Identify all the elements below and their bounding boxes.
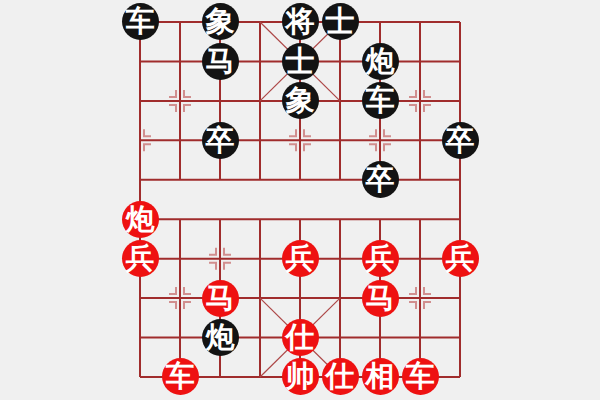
piece-black-elephant[interactable]: 象	[202, 3, 239, 40]
piece-black-rook[interactable]: 车	[122, 3, 159, 40]
xiangqi-app: 车象将士马士炮象车卒卒卒炮兵兵兵兵马马炮仕车帅仕相车	[0, 0, 600, 400]
piece-red-horse[interactable]: 马	[362, 280, 399, 317]
piece-red-rook[interactable]: 车	[402, 358, 439, 395]
piece-black-advisor[interactable]: 士	[322, 3, 359, 40]
piece-red-soldier[interactable]: 兵	[122, 240, 159, 277]
piece-red-advisor[interactable]: 仕	[282, 319, 319, 356]
piece-red-advisor[interactable]: 仕	[322, 358, 359, 395]
piece-red-horse[interactable]: 马	[202, 280, 239, 317]
piece-black-soldier[interactable]: 卒	[442, 122, 479, 159]
piece-black-horse[interactable]: 马	[202, 43, 239, 80]
piece-red-elephant[interactable]: 相	[362, 358, 399, 395]
piece-black-cannon[interactable]: 炮	[362, 43, 399, 80]
piece-black-advisor[interactable]: 士	[282, 43, 319, 80]
piece-black-cannon[interactable]: 炮	[202, 319, 239, 356]
piece-red-cannon[interactable]: 炮	[122, 201, 159, 238]
piece-black-general[interactable]: 将	[282, 3, 319, 40]
pieces-layer: 车象将士马士炮象车卒卒卒炮兵兵兵兵马马炮仕车帅仕相车	[120, 2, 480, 396]
piece-black-soldier[interactable]: 卒	[202, 122, 239, 159]
piece-red-soldier[interactable]: 兵	[362, 240, 399, 277]
piece-red-rook[interactable]: 车	[162, 358, 199, 395]
piece-red-soldier[interactable]: 兵	[442, 240, 479, 277]
piece-black-soldier[interactable]: 卒	[362, 161, 399, 198]
piece-red-soldier[interactable]: 兵	[282, 240, 319, 277]
piece-black-rook[interactable]: 车	[362, 82, 399, 119]
piece-red-general[interactable]: 帅	[282, 358, 319, 395]
piece-black-elephant[interactable]: 象	[282, 82, 319, 119]
